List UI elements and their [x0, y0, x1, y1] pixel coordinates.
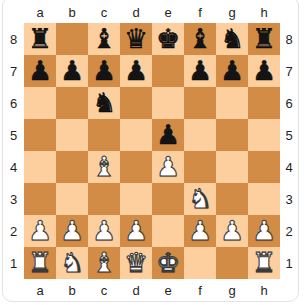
square-d8[interactable]: ♛: [120, 23, 152, 55]
square-a2[interactable]: ♟: [24, 215, 56, 247]
square-c5[interactable]: [88, 119, 120, 151]
piece-white-knight: ♞: [60, 247, 84, 279]
piece-white-rook: ♜: [252, 247, 276, 279]
file-label-d-bottom: d: [120, 279, 152, 301]
square-h2[interactable]: ♟: [248, 215, 280, 247]
file-label-g-bottom: g: [216, 279, 248, 301]
piece-black-knight: ♞: [92, 87, 116, 119]
piece-white-pawn: ♟: [28, 215, 52, 247]
rank-label-1-right: 1: [280, 247, 298, 279]
square-h8[interactable]: ♜: [248, 23, 280, 55]
square-b7[interactable]: ♟: [56, 55, 88, 87]
square-c8[interactable]: ♝: [88, 23, 120, 55]
square-e6[interactable]: [152, 87, 184, 119]
corner-spacer: [280, 1, 298, 23]
file-label-b-top: b: [56, 1, 88, 23]
piece-white-pawn: ♟: [220, 215, 244, 247]
square-a8[interactable]: ♜: [24, 23, 56, 55]
piece-black-pawn: ♟: [252, 55, 276, 87]
chess-widget: abcdefgh8♜♝♛♚♝♞♜87♟♟♟♟♟♟♟76♞65♟54♝♟43♞32…: [0, 0, 304, 305]
piece-white-pawn: ♟: [188, 215, 212, 247]
piece-black-pawn: ♟: [60, 55, 84, 87]
square-h1[interactable]: ♜: [248, 247, 280, 279]
square-g7[interactable]: ♟: [216, 55, 248, 87]
file-label-f-bottom: f: [184, 279, 216, 301]
square-d1[interactable]: ♛: [120, 247, 152, 279]
file-label-a-top: a: [24, 1, 56, 23]
file-label-b-bottom: b: [56, 279, 88, 301]
square-a3[interactable]: [24, 183, 56, 215]
square-b2[interactable]: ♟: [56, 215, 88, 247]
square-a6[interactable]: [24, 87, 56, 119]
file-label-g-top: g: [216, 1, 248, 23]
piece-white-knight: ♞: [188, 183, 212, 215]
rank-label-2-right: 2: [280, 215, 298, 247]
square-d5[interactable]: [120, 119, 152, 151]
square-b3[interactable]: [56, 183, 88, 215]
piece-black-king: ♚: [156, 23, 180, 55]
square-c7[interactable]: ♟: [88, 55, 120, 87]
file-label-e-top: e: [152, 1, 184, 23]
rank-label-2-left: 2: [3, 215, 24, 247]
piece-white-pawn: ♟: [252, 215, 276, 247]
piece-black-queen: ♛: [124, 23, 148, 55]
piece-white-king: ♚: [156, 247, 180, 279]
piece-white-bishop: ♝: [92, 151, 116, 183]
square-f7[interactable]: ♟: [184, 55, 216, 87]
square-h5[interactable]: [248, 119, 280, 151]
piece-black-pawn: ♟: [188, 55, 212, 87]
piece-black-bishop: ♝: [92, 23, 116, 55]
piece-black-pawn: ♟: [156, 119, 180, 151]
square-e5[interactable]: ♟: [152, 119, 184, 151]
piece-black-pawn: ♟: [124, 55, 148, 87]
board-panel: abcdefgh8♜♝♛♚♝♞♜87♟♟♟♟♟♟♟76♞65♟54♝♟43♞32…: [2, 0, 299, 302]
square-a5[interactable]: [24, 119, 56, 151]
square-f5[interactable]: [184, 119, 216, 151]
square-d7[interactable]: ♟: [120, 55, 152, 87]
square-e8[interactable]: ♚: [152, 23, 184, 55]
square-b1[interactable]: ♞: [56, 247, 88, 279]
square-f6[interactable]: [184, 87, 216, 119]
square-h3[interactable]: [248, 183, 280, 215]
rank-label-6-right: 6: [280, 87, 298, 119]
corner-spacer: [280, 279, 298, 301]
piece-white-rook: ♜: [28, 247, 52, 279]
square-h4[interactable]: [248, 151, 280, 183]
square-d3[interactable]: [120, 183, 152, 215]
square-c6[interactable]: ♞: [88, 87, 120, 119]
file-label-f-top: f: [184, 1, 216, 23]
piece-black-rook: ♜: [28, 23, 52, 55]
rank-label-3-left: 3: [3, 183, 24, 215]
square-c1[interactable]: ♝: [88, 247, 120, 279]
square-b8[interactable]: [56, 23, 88, 55]
square-e7[interactable]: [152, 55, 184, 87]
square-g5[interactable]: [216, 119, 248, 151]
square-b6[interactable]: [56, 87, 88, 119]
piece-white-bishop: ♝: [92, 247, 116, 279]
piece-white-queen: ♛: [124, 247, 148, 279]
piece-black-pawn: ♟: [28, 55, 52, 87]
piece-black-bishop: ♝: [188, 23, 212, 55]
board-layout: abcdefgh8♜♝♛♚♝♞♜87♟♟♟♟♟♟♟76♞65♟54♝♟43♞32…: [3, 1, 298, 301]
file-label-d-top: d: [120, 1, 152, 23]
corner-spacer: [3, 279, 24, 301]
square-g1[interactable]: [216, 247, 248, 279]
rank-label-6-left: 6: [3, 87, 24, 119]
square-a1[interactable]: ♜: [24, 247, 56, 279]
piece-black-pawn: ♟: [220, 55, 244, 87]
piece-black-rook: ♜: [252, 23, 276, 55]
square-g6[interactable]: [216, 87, 248, 119]
square-c2[interactable]: ♟: [88, 215, 120, 247]
square-e1[interactable]: ♚: [152, 247, 184, 279]
file-label-c-top: c: [88, 1, 120, 23]
square-e2[interactable]: [152, 215, 184, 247]
piece-black-knight: ♞: [220, 23, 244, 55]
square-f2[interactable]: ♟: [184, 215, 216, 247]
rank-label-5-left: 5: [3, 119, 24, 151]
square-f3[interactable]: ♞: [184, 183, 216, 215]
square-c3[interactable]: [88, 183, 120, 215]
rank-label-8-left: 8: [3, 23, 24, 55]
rank-label-7-left: 7: [3, 55, 24, 87]
square-g3[interactable]: [216, 183, 248, 215]
rank-label-4-left: 4: [3, 151, 24, 183]
square-e4[interactable]: ♟: [152, 151, 184, 183]
rank-label-7-right: 7: [280, 55, 298, 87]
square-d6[interactable]: [120, 87, 152, 119]
square-a7[interactable]: ♟: [24, 55, 56, 87]
piece-white-pawn: ♟: [124, 215, 148, 247]
square-c4[interactable]: ♝: [88, 151, 120, 183]
rank-label-3-right: 3: [280, 183, 298, 215]
rank-label-4-right: 4: [280, 151, 298, 183]
piece-white-pawn: ♟: [60, 215, 84, 247]
square-g2[interactable]: ♟: [216, 215, 248, 247]
rank-label-8-right: 8: [280, 23, 298, 55]
piece-white-pawn: ♟: [156, 151, 180, 183]
file-label-c-bottom: c: [88, 279, 120, 301]
square-b4[interactable]: [56, 151, 88, 183]
corner-spacer: [3, 1, 24, 23]
file-label-h-top: h: [248, 1, 280, 23]
file-label-h-bottom: h: [248, 279, 280, 301]
square-a4[interactable]: [24, 151, 56, 183]
file-label-e-bottom: e: [152, 279, 184, 301]
piece-black-pawn: ♟: [92, 55, 116, 87]
file-label-a-bottom: a: [24, 279, 56, 301]
square-d2[interactable]: ♟: [120, 215, 152, 247]
square-g8[interactable]: ♞: [216, 23, 248, 55]
square-f1[interactable]: [184, 247, 216, 279]
square-b5[interactable]: [56, 119, 88, 151]
square-f4[interactable]: [184, 151, 216, 183]
square-f8[interactable]: ♝: [184, 23, 216, 55]
square-e3[interactable]: [152, 183, 184, 215]
rank-label-1-left: 1: [3, 247, 24, 279]
square-d4[interactable]: [120, 151, 152, 183]
square-h6[interactable]: [248, 87, 280, 119]
rank-label-5-right: 5: [280, 119, 298, 151]
piece-white-pawn: ♟: [92, 215, 116, 247]
square-h7[interactable]: ♟: [248, 55, 280, 87]
square-g4[interactable]: [216, 151, 248, 183]
